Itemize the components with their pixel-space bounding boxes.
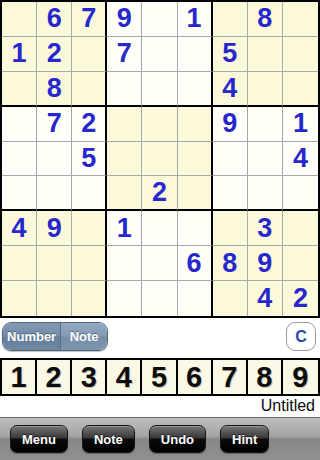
cell-r7c7[interactable] (213, 211, 248, 246)
cell-r5c5[interactable] (142, 142, 177, 177)
cell-r6c1[interactable] (2, 176, 37, 211)
number-pad: 123456789 (0, 358, 320, 396)
cell-r9c4[interactable] (107, 281, 142, 316)
cell-r2c9[interactable] (283, 37, 318, 72)
cell-r7c4[interactable]: 1 (107, 211, 142, 246)
cell-r3c4[interactable] (107, 72, 142, 107)
cell-r4c5[interactable] (142, 107, 177, 142)
cell-r3c3[interactable] (72, 72, 107, 107)
cell-r9c6[interactable] (178, 281, 213, 316)
cell-r2c1[interactable]: 1 (2, 37, 37, 72)
cell-r1c1[interactable] (2, 2, 37, 37)
cell-r5c4[interactable] (107, 142, 142, 177)
cell-r3c1[interactable] (2, 72, 37, 107)
cell-r6c9[interactable] (283, 176, 318, 211)
cell-r6c4[interactable] (107, 176, 142, 211)
cell-r4c9[interactable]: 1 (283, 107, 318, 142)
cell-r2c7[interactable]: 5 (213, 37, 248, 72)
cell-r5c2[interactable] (37, 142, 72, 177)
cell-r9c2[interactable] (37, 281, 72, 316)
cell-r5c9[interactable]: 4 (283, 142, 318, 177)
cell-r3c7[interactable]: 4 (213, 72, 248, 107)
cell-r7c6[interactable] (178, 211, 213, 246)
cell-r9c1[interactable] (2, 281, 37, 316)
cell-r5c3[interactable]: 5 (72, 142, 107, 177)
cell-r7c2[interactable]: 9 (37, 211, 72, 246)
cell-r6c7[interactable] (213, 176, 248, 211)
cell-r4c1[interactable] (2, 107, 37, 142)
undo-button[interactable]: Undo (149, 425, 206, 453)
cell-r8c6[interactable]: 6 (178, 246, 213, 281)
cell-r4c6[interactable] (178, 107, 213, 142)
mode-segment-note[interactable]: Note (61, 323, 107, 350)
cell-r1c3[interactable]: 7 (72, 2, 107, 37)
cell-r9c3[interactable] (72, 281, 107, 316)
cell-r3c8[interactable] (248, 72, 283, 107)
hint-button[interactable]: Hint (220, 425, 269, 453)
cell-r2c6[interactable] (178, 37, 213, 72)
cell-r7c1[interactable]: 4 (2, 211, 37, 246)
puzzle-title: Untitled (0, 396, 320, 417)
cell-r3c6[interactable] (178, 72, 213, 107)
pad-key-8[interactable]: 8 (248, 360, 283, 394)
cell-r6c6[interactable] (178, 176, 213, 211)
cell-r6c2[interactable] (37, 176, 72, 211)
mode-segment-number[interactable]: Number (3, 323, 61, 350)
cell-r5c1[interactable] (2, 142, 37, 177)
cell-r3c5[interactable] (142, 72, 177, 107)
cell-r7c8[interactable]: 3 (248, 211, 283, 246)
cell-r1c9[interactable] (283, 2, 318, 37)
pad-key-2[interactable]: 2 (37, 360, 72, 394)
cell-r2c4[interactable]: 7 (107, 37, 142, 72)
cell-r7c9[interactable] (283, 211, 318, 246)
cell-r1c4[interactable]: 9 (107, 2, 142, 37)
cell-r8c2[interactable] (37, 246, 72, 281)
cell-r2c2[interactable]: 2 (37, 37, 72, 72)
cell-r6c5[interactable]: 2 (142, 176, 177, 211)
sudoku-app-screen: 679181275847291542491368942 NumberNote C… (0, 0, 320, 460)
cell-r8c8[interactable]: 9 (248, 246, 283, 281)
cell-r2c3[interactable] (72, 37, 107, 72)
cell-r5c6[interactable] (178, 142, 213, 177)
cell-r1c7[interactable] (213, 2, 248, 37)
pad-key-6[interactable]: 6 (178, 360, 213, 394)
cell-r4c8[interactable] (248, 107, 283, 142)
cell-r2c8[interactable] (248, 37, 283, 72)
menu-button[interactable]: Menu (10, 425, 68, 453)
cell-r1c2[interactable]: 6 (37, 2, 72, 37)
pad-key-1[interactable]: 1 (2, 360, 37, 394)
cell-r3c9[interactable] (283, 72, 318, 107)
cell-r1c8[interactable]: 8 (248, 2, 283, 37)
mode-toggle: NumberNote (2, 322, 108, 351)
cell-r5c8[interactable] (248, 142, 283, 177)
cell-r4c3[interactable]: 2 (72, 107, 107, 142)
cell-r9c8[interactable]: 4 (248, 281, 283, 316)
bottom-toolbar: MenuNoteUndoHint (0, 417, 320, 460)
pad-key-4[interactable]: 4 (107, 360, 142, 394)
clear-button[interactable]: C (286, 322, 316, 351)
cell-r9c5[interactable] (142, 281, 177, 316)
cell-r6c8[interactable] (248, 176, 283, 211)
pad-key-7[interactable]: 7 (213, 360, 248, 394)
note-button[interactable]: Note (82, 425, 135, 453)
cell-r4c2[interactable]: 7 (37, 107, 72, 142)
pad-key-9[interactable]: 9 (283, 360, 318, 394)
cell-r6c3[interactable] (72, 176, 107, 211)
cell-r8c4[interactable] (107, 246, 142, 281)
pad-key-5[interactable]: 5 (142, 360, 177, 394)
cell-r5c7[interactable] (213, 142, 248, 177)
pad-key-3[interactable]: 3 (72, 360, 107, 394)
cell-r4c4[interactable] (107, 107, 142, 142)
cell-r8c9[interactable] (283, 246, 318, 281)
cell-r9c7[interactable] (213, 281, 248, 316)
cell-r8c3[interactable] (72, 246, 107, 281)
cell-r7c3[interactable] (72, 211, 107, 246)
cell-r8c5[interactable] (142, 246, 177, 281)
sudoku-board: 679181275847291542491368942 (0, 0, 320, 318)
controls-row: NumberNote C (0, 318, 320, 358)
cell-r2c5[interactable] (142, 37, 177, 72)
cell-r1c6[interactable]: 1 (178, 2, 213, 37)
cell-r7c5[interactable] (142, 211, 177, 246)
cell-r4c7[interactable]: 9 (213, 107, 248, 142)
cell-r8c1[interactable] (2, 246, 37, 281)
cell-r9c9[interactable]: 2 (283, 281, 318, 316)
cell-r1c5[interactable] (142, 2, 177, 37)
cell-r8c7[interactable]: 8 (213, 246, 248, 281)
cell-r3c2[interactable]: 8 (37, 72, 72, 107)
